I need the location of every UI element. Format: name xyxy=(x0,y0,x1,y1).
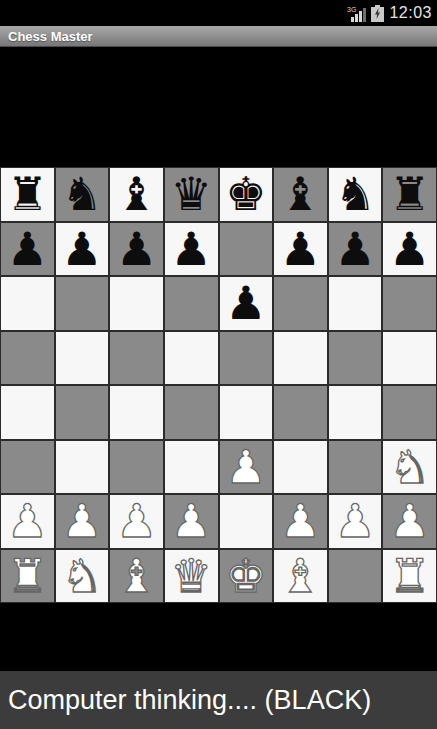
cellular-signal-icon: 3G xyxy=(347,5,366,22)
piece-white-pawn: ♟ xyxy=(61,498,102,544)
piece-black-knight: ♞ xyxy=(334,171,375,217)
piece-white-pawn: ♟ xyxy=(7,498,48,544)
square-f2[interactable]: ♟ xyxy=(273,494,328,549)
square-c6[interactable] xyxy=(109,276,164,331)
square-g6[interactable] xyxy=(328,276,383,331)
square-b3[interactable] xyxy=(55,440,110,495)
piece-black-rook: ♜ xyxy=(389,171,430,217)
square-f6[interactable] xyxy=(273,276,328,331)
piece-black-pawn: ♟ xyxy=(389,226,430,272)
square-h8[interactable]: ♜ xyxy=(382,167,437,222)
piece-black-pawn: ♟ xyxy=(225,280,266,326)
square-b1[interactable]: ♞ xyxy=(55,549,110,604)
square-f5[interactable] xyxy=(273,331,328,386)
square-a4[interactable] xyxy=(0,385,55,440)
square-g1[interactable] xyxy=(328,549,383,604)
clock: 12:03 xyxy=(389,4,432,22)
square-c1[interactable]: ♝ xyxy=(109,549,164,604)
square-e3[interactable]: ♟ xyxy=(219,440,274,495)
square-d2[interactable]: ♟ xyxy=(164,494,219,549)
square-h5[interactable] xyxy=(382,331,437,386)
square-a2[interactable]: ♟ xyxy=(0,494,55,549)
square-f7[interactable]: ♟ xyxy=(273,222,328,277)
square-a3[interactable] xyxy=(0,440,55,495)
square-h4[interactable] xyxy=(382,385,437,440)
square-h3[interactable]: ♞ xyxy=(382,440,437,495)
square-a1[interactable]: ♜ xyxy=(0,549,55,604)
square-b5[interactable] xyxy=(55,331,110,386)
engine-status-bar: Computer thinking.... (BLACK) xyxy=(0,671,437,729)
square-g7[interactable]: ♟ xyxy=(328,222,383,277)
piece-black-queen: ♛ xyxy=(171,171,212,217)
piece-black-pawn: ♟ xyxy=(280,226,321,272)
piece-white-bishop: ♝ xyxy=(116,553,157,599)
square-c4[interactable] xyxy=(109,385,164,440)
bottom-spacer xyxy=(0,603,437,671)
piece-white-pawn: ♟ xyxy=(116,498,157,544)
square-g3[interactable] xyxy=(328,440,383,495)
square-b8[interactable]: ♞ xyxy=(55,167,110,222)
square-a5[interactable] xyxy=(0,331,55,386)
square-e4[interactable] xyxy=(219,385,274,440)
piece-black-pawn: ♟ xyxy=(116,226,157,272)
piece-white-rook: ♜ xyxy=(389,553,430,599)
piece-white-rook: ♜ xyxy=(7,553,48,599)
square-h1[interactable]: ♜ xyxy=(382,549,437,604)
square-d4[interactable] xyxy=(164,385,219,440)
piece-black-knight: ♞ xyxy=(61,171,102,217)
square-g5[interactable] xyxy=(328,331,383,386)
battery-charging-icon xyxy=(371,5,384,22)
piece-white-pawn: ♟ xyxy=(171,498,212,544)
engine-status-text: Computer thinking.... (BLACK) xyxy=(8,685,371,716)
android-status-bar: 3G 12:03 xyxy=(0,0,437,26)
square-a7[interactable]: ♟ xyxy=(0,222,55,277)
piece-black-pawn: ♟ xyxy=(171,226,212,272)
piece-white-pawn: ♟ xyxy=(280,498,321,544)
square-a6[interactable] xyxy=(0,276,55,331)
piece-black-rook: ♜ xyxy=(7,171,48,217)
app-title-bar: Chess Master xyxy=(0,26,437,47)
top-spacer xyxy=(0,47,437,167)
square-d5[interactable] xyxy=(164,331,219,386)
piece-black-bishop: ♝ xyxy=(116,171,157,217)
square-d3[interactable] xyxy=(164,440,219,495)
square-c5[interactable] xyxy=(109,331,164,386)
piece-white-pawn: ♟ xyxy=(225,444,266,490)
piece-black-bishop: ♝ xyxy=(280,171,321,217)
square-d7[interactable]: ♟ xyxy=(164,222,219,277)
piece-black-pawn: ♟ xyxy=(334,226,375,272)
square-e8[interactable]: ♚ xyxy=(219,167,274,222)
square-e2[interactable] xyxy=(219,494,274,549)
square-d8[interactable]: ♛ xyxy=(164,167,219,222)
chess-board: ♜♞♝♛♚♝♞♜♟♟♟♟♟♟♟♟♟♞♟♟♟♟♟♟♟♜♞♝♛♚♝♜ xyxy=(0,167,437,603)
square-c2[interactable]: ♟ xyxy=(109,494,164,549)
piece-black-pawn: ♟ xyxy=(7,226,48,272)
square-e5[interactable] xyxy=(219,331,274,386)
piece-white-knight: ♞ xyxy=(61,553,102,599)
square-f3[interactable] xyxy=(273,440,328,495)
piece-white-knight: ♞ xyxy=(389,444,430,490)
piece-white-king: ♚ xyxy=(225,553,266,599)
app-title: Chess Master xyxy=(8,29,93,44)
square-g4[interactable] xyxy=(328,385,383,440)
square-d1[interactable]: ♛ xyxy=(164,549,219,604)
piece-white-bishop: ♝ xyxy=(280,553,321,599)
square-c8[interactable]: ♝ xyxy=(109,167,164,222)
square-c7[interactable]: ♟ xyxy=(109,222,164,277)
square-g8[interactable]: ♞ xyxy=(328,167,383,222)
square-g2[interactable]: ♟ xyxy=(328,494,383,549)
square-e6[interactable]: ♟ xyxy=(219,276,274,331)
square-b2[interactable]: ♟ xyxy=(55,494,110,549)
square-f1[interactable]: ♝ xyxy=(273,549,328,604)
square-e1[interactable]: ♚ xyxy=(219,549,274,604)
piece-white-pawn: ♟ xyxy=(389,498,430,544)
piece-white-pawn: ♟ xyxy=(334,498,375,544)
square-c3[interactable] xyxy=(109,440,164,495)
square-f8[interactable]: ♝ xyxy=(273,167,328,222)
square-b7[interactable]: ♟ xyxy=(55,222,110,277)
square-h7[interactable]: ♟ xyxy=(382,222,437,277)
square-h6[interactable] xyxy=(382,276,437,331)
piece-black-king: ♚ xyxy=(225,171,266,217)
network-type-label: 3G xyxy=(347,6,356,13)
piece-white-queen: ♛ xyxy=(171,553,212,599)
square-a8[interactable]: ♜ xyxy=(0,167,55,222)
piece-black-pawn: ♟ xyxy=(61,226,102,272)
square-b4[interactable] xyxy=(55,385,110,440)
square-h2[interactable]: ♟ xyxy=(382,494,437,549)
square-e7[interactable] xyxy=(219,222,274,277)
square-d6[interactable] xyxy=(164,276,219,331)
square-b6[interactable] xyxy=(55,276,110,331)
square-f4[interactable] xyxy=(273,385,328,440)
